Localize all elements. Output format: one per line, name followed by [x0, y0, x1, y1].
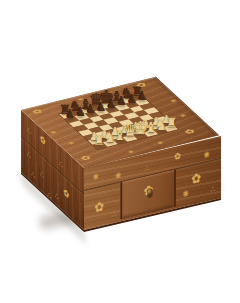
flower-inlay-icon: ✿ [78, 154, 93, 161]
dot-inlay-icon: ∴ [128, 89, 135, 93]
chess-box-product-photo: ✿ ∴ ∴ ∴ ∴ ∴ ∴ ∴ ✿ ❀ ❀ ∴ ✿ ❀ ✿ ∴ ✿ ❀ ∴ ✿ … [0, 0, 240, 303]
leaf-inlay-icon: ❀ [204, 151, 210, 160]
leaf-inlay-icon: ❀ [67, 141, 76, 145]
flower-inlay-icon: ✿ [40, 134, 46, 148]
leaf-inlay-icon: ❀ [183, 190, 189, 199]
flower-inlay-icon: ✿ [192, 171, 201, 186]
drawer-knob [147, 188, 152, 197]
leaf-inlay-icon: ❀ [93, 173, 99, 182]
dot-inlay-icon: ∴ [27, 125, 30, 136]
flower-inlay-icon: ✿ [174, 151, 181, 162]
dot-inlay-icon: ∴ [27, 149, 30, 160]
dot-inlay-icon: ∴ [40, 170, 43, 181]
chess-board [58, 94, 179, 150]
dot-inlay-icon: ∴ [47, 190, 50, 201]
dot-inlay-icon: ∴ [211, 186, 215, 195]
dot-inlay-icon: ∴ [145, 165, 149, 174]
flower-inlay-icon: ✿ [30, 108, 45, 115]
dot-inlay-icon: ∴ [91, 150, 98, 154]
leaf-inlay-icon: ❀ [76, 97, 85, 101]
leaf-inlay-icon: ❀ [169, 99, 178, 103]
flower-inlay-icon: ✿ [134, 81, 149, 88]
flower-inlay-icon: ✿ [63, 187, 69, 201]
leaf-inlay-icon: ❀ [156, 141, 165, 145]
dot-inlay-icon: ∴ [31, 169, 34, 180]
leaf-inlay-icon: ❀ [179, 114, 188, 118]
leaf-inlay-icon: ❀ [49, 130, 58, 134]
flower-inlay-icon: ✿ [182, 128, 197, 135]
leaf-inlay-icon: ❀ [105, 91, 114, 95]
dot-inlay-icon: ∴ [112, 211, 116, 220]
dot-inlay-icon: ∴ [55, 191, 58, 202]
dot-inlay-icon: ∴ [59, 159, 62, 170]
leaf-inlay-icon: ❀ [115, 171, 121, 180]
dot-inlay-icon: ∴ [49, 109, 56, 113]
leaf-inlay-icon: ❀ [127, 150, 136, 154]
flower-inlay-icon: ✿ [94, 199, 103, 214]
storage-drawer: ✿ [120, 170, 175, 220]
